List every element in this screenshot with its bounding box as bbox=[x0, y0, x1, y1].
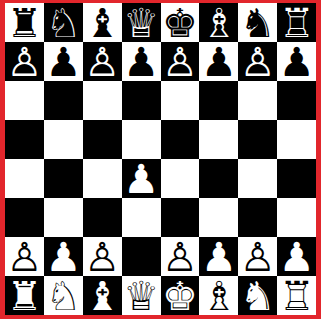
square-e5[interactable] bbox=[161, 120, 200, 159]
square-d3[interactable] bbox=[122, 198, 161, 237]
square-b4[interactable] bbox=[44, 159, 83, 198]
square-c2[interactable]: ♙ bbox=[83, 237, 122, 276]
piece-black-pawn[interactable]: ♟ bbox=[123, 42, 159, 81]
square-h4[interactable] bbox=[277, 159, 316, 198]
square-b8[interactable]: ♘ bbox=[44, 3, 83, 42]
piece-white-bishop[interactable]: ♗ bbox=[201, 276, 237, 315]
chess-board: ♜♘♝♕♚♗♞♖♙♟♙♟♙♟♙♟♟♙♟♙♙♟♙♟♜♘♝♕♚♗♞♖ bbox=[5, 3, 316, 315]
square-d2[interactable] bbox=[122, 237, 161, 276]
square-b2[interactable]: ♟ bbox=[44, 237, 83, 276]
piece-white-pawn[interactable]: ♙ bbox=[162, 237, 198, 276]
square-f1[interactable]: ♗ bbox=[199, 276, 238, 315]
piece-white-knight[interactable]: ♞ bbox=[240, 276, 276, 315]
piece-white-king[interactable]: ♚ bbox=[162, 276, 198, 315]
square-h7[interactable]: ♟ bbox=[277, 42, 316, 81]
square-c6[interactable] bbox=[83, 81, 122, 120]
square-g3[interactable] bbox=[238, 198, 277, 237]
piece-white-pawn[interactable]: ♙ bbox=[240, 237, 276, 276]
piece-white-bishop[interactable]: ♝ bbox=[84, 276, 120, 315]
piece-white-pawn[interactable]: ♙ bbox=[7, 237, 43, 276]
square-e6[interactable] bbox=[161, 81, 200, 120]
square-f3[interactable] bbox=[199, 198, 238, 237]
piece-black-pawn[interactable]: ♙ bbox=[162, 42, 198, 81]
square-c1[interactable]: ♝ bbox=[83, 276, 122, 315]
square-h6[interactable] bbox=[277, 81, 316, 120]
square-a6[interactable] bbox=[5, 81, 44, 120]
piece-black-bishop[interactable]: ♗ bbox=[201, 3, 237, 42]
piece-white-rook[interactable]: ♖ bbox=[279, 276, 315, 315]
piece-black-queen[interactable]: ♕ bbox=[123, 3, 159, 42]
square-e1[interactable]: ♚ bbox=[161, 276, 200, 315]
piece-white-knight[interactable]: ♘ bbox=[45, 276, 81, 315]
square-b3[interactable] bbox=[44, 198, 83, 237]
square-g5[interactable] bbox=[238, 120, 277, 159]
square-c7[interactable]: ♙ bbox=[83, 42, 122, 81]
piece-white-pawn[interactable]: ♟ bbox=[123, 159, 159, 198]
square-c4[interactable] bbox=[83, 159, 122, 198]
piece-black-pawn[interactable]: ♙ bbox=[7, 42, 43, 81]
square-g1[interactable]: ♞ bbox=[238, 276, 277, 315]
square-h5[interactable] bbox=[277, 120, 316, 159]
piece-white-rook[interactable]: ♜ bbox=[7, 276, 43, 315]
square-a2[interactable]: ♙ bbox=[5, 237, 44, 276]
piece-white-queen[interactable]: ♕ bbox=[123, 276, 159, 315]
square-g7[interactable]: ♙ bbox=[238, 42, 277, 81]
square-d5[interactable] bbox=[122, 120, 161, 159]
square-d4[interactable]: ♟ bbox=[122, 159, 161, 198]
square-a7[interactable]: ♙ bbox=[5, 42, 44, 81]
square-a3[interactable] bbox=[5, 198, 44, 237]
square-g6[interactable] bbox=[238, 81, 277, 120]
piece-black-rook[interactable]: ♜ bbox=[7, 3, 43, 42]
square-f4[interactable] bbox=[199, 159, 238, 198]
square-g2[interactable]: ♙ bbox=[238, 237, 277, 276]
piece-black-pawn[interactable]: ♙ bbox=[84, 42, 120, 81]
piece-black-bishop[interactable]: ♝ bbox=[84, 3, 120, 42]
square-e3[interactable] bbox=[161, 198, 200, 237]
square-h3[interactable] bbox=[277, 198, 316, 237]
piece-black-pawn[interactable]: ♟ bbox=[45, 42, 81, 81]
piece-white-pawn[interactable]: ♟ bbox=[45, 237, 81, 276]
piece-black-knight[interactable]: ♘ bbox=[45, 3, 81, 42]
piece-black-knight[interactable]: ♞ bbox=[240, 3, 276, 42]
square-c8[interactable]: ♝ bbox=[83, 3, 122, 42]
piece-white-pawn[interactable]: ♟ bbox=[201, 237, 237, 276]
square-f2[interactable]: ♟ bbox=[199, 237, 238, 276]
piece-black-pawn[interactable]: ♟ bbox=[279, 42, 315, 81]
square-f5[interactable] bbox=[199, 120, 238, 159]
square-d7[interactable]: ♟ bbox=[122, 42, 161, 81]
square-b6[interactable] bbox=[44, 81, 83, 120]
square-e7[interactable]: ♙ bbox=[161, 42, 200, 81]
square-h8[interactable]: ♖ bbox=[277, 3, 316, 42]
square-b1[interactable]: ♘ bbox=[44, 276, 83, 315]
board-frame: ♜♘♝♕♚♗♞♖♙♟♙♟♙♟♙♟♟♙♟♙♙♟♙♟♜♘♝♕♚♗♞♖ bbox=[0, 0, 321, 319]
square-f8[interactable]: ♗ bbox=[199, 3, 238, 42]
square-g8[interactable]: ♞ bbox=[238, 3, 277, 42]
square-a4[interactable] bbox=[5, 159, 44, 198]
piece-black-king[interactable]: ♚ bbox=[162, 3, 198, 42]
square-g4[interactable] bbox=[238, 159, 277, 198]
square-f7[interactable]: ♟ bbox=[199, 42, 238, 81]
square-e2[interactable]: ♙ bbox=[161, 237, 200, 276]
piece-black-pawn[interactable]: ♟ bbox=[201, 42, 237, 81]
square-e4[interactable] bbox=[161, 159, 200, 198]
square-c3[interactable] bbox=[83, 198, 122, 237]
piece-white-pawn[interactable]: ♟ bbox=[279, 237, 315, 276]
square-a1[interactable]: ♜ bbox=[5, 276, 44, 315]
square-d6[interactable] bbox=[122, 81, 161, 120]
square-a8[interactable]: ♜ bbox=[5, 3, 44, 42]
square-a5[interactable] bbox=[5, 120, 44, 159]
square-d8[interactable]: ♕ bbox=[122, 3, 161, 42]
square-c5[interactable] bbox=[83, 120, 122, 159]
piece-black-rook[interactable]: ♖ bbox=[279, 3, 315, 42]
square-b7[interactable]: ♟ bbox=[44, 42, 83, 81]
square-h1[interactable]: ♖ bbox=[277, 276, 316, 315]
square-d1[interactable]: ♕ bbox=[122, 276, 161, 315]
square-f6[interactable] bbox=[199, 81, 238, 120]
square-e8[interactable]: ♚ bbox=[161, 3, 200, 42]
square-b5[interactable] bbox=[44, 120, 83, 159]
square-h2[interactable]: ♟ bbox=[277, 237, 316, 276]
piece-black-pawn[interactable]: ♙ bbox=[240, 42, 276, 81]
piece-white-pawn[interactable]: ♙ bbox=[84, 237, 120, 276]
